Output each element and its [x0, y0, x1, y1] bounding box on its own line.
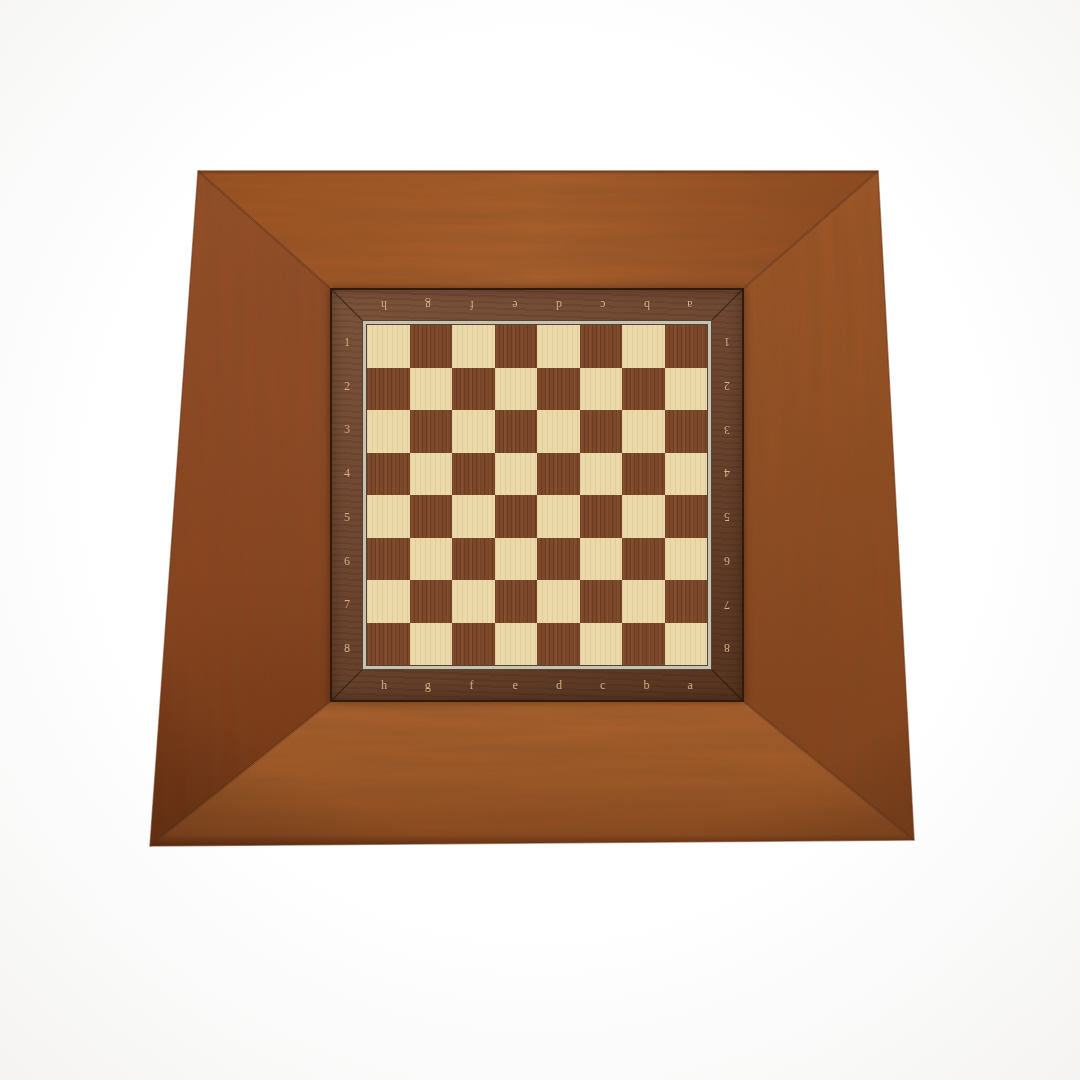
- square-b6[interactable]: [622, 538, 665, 581]
- square-c4[interactable]: [580, 453, 623, 496]
- frame-miter-top-left: [332, 290, 362, 320]
- square-d2[interactable]: [537, 368, 580, 411]
- file-label-g: g: [406, 670, 450, 700]
- file-label-d: d: [537, 290, 581, 320]
- square-e3[interactable]: [495, 410, 538, 453]
- square-g4[interactable]: [410, 453, 453, 496]
- square-d1[interactable]: [537, 325, 580, 368]
- rank-label-3: 3: [332, 408, 362, 452]
- square-b1[interactable]: [622, 325, 665, 368]
- square-g7[interactable]: [410, 580, 453, 623]
- square-f7[interactable]: [452, 580, 495, 623]
- square-f8[interactable]: [452, 623, 495, 666]
- square-c3[interactable]: [580, 410, 623, 453]
- file-label-e: e: [493, 670, 537, 700]
- square-c2[interactable]: [580, 368, 623, 411]
- square-h6[interactable]: [367, 538, 410, 581]
- square-a3[interactable]: [665, 410, 708, 453]
- square-e1[interactable]: [495, 325, 538, 368]
- file-label-b: b: [625, 670, 669, 700]
- square-g8[interactable]: [410, 623, 453, 666]
- file-label-c: c: [581, 290, 625, 320]
- chessboard: hgfedcba hgfedcba 12345678 12345678: [330, 288, 744, 702]
- file-label-h: h: [362, 290, 406, 320]
- rank-label-4: 4: [712, 451, 742, 495]
- file-labels-bottom: hgfedcba: [362, 670, 712, 700]
- square-f6[interactable]: [452, 538, 495, 581]
- rank-labels-right: 12345678: [712, 320, 742, 670]
- board-field: [362, 320, 712, 670]
- square-c8[interactable]: [580, 623, 623, 666]
- square-e2[interactable]: [495, 368, 538, 411]
- rank-label-6: 6: [712, 539, 742, 583]
- square-c5[interactable]: [580, 495, 623, 538]
- rank-label-2: 2: [332, 364, 362, 408]
- square-e6[interactable]: [495, 538, 538, 581]
- square-a1[interactable]: [665, 325, 708, 368]
- rank-label-6: 6: [332, 539, 362, 583]
- rank-label-5: 5: [332, 495, 362, 539]
- file-label-f: f: [450, 670, 494, 700]
- square-h3[interactable]: [367, 410, 410, 453]
- square-a6[interactable]: [665, 538, 708, 581]
- file-label-d: d: [537, 670, 581, 700]
- file-label-f: f: [450, 290, 494, 320]
- rank-label-1: 1: [332, 320, 362, 364]
- square-g1[interactable]: [410, 325, 453, 368]
- rank-label-1: 1: [712, 320, 742, 364]
- square-h7[interactable]: [367, 580, 410, 623]
- square-a8[interactable]: [665, 623, 708, 666]
- frame-miter-bottom-left: [332, 670, 362, 700]
- square-g5[interactable]: [410, 495, 453, 538]
- square-f4[interactable]: [452, 453, 495, 496]
- square-h2[interactable]: [367, 368, 410, 411]
- square-e7[interactable]: [495, 580, 538, 623]
- square-b7[interactable]: [622, 580, 665, 623]
- square-b8[interactable]: [622, 623, 665, 666]
- square-c1[interactable]: [580, 325, 623, 368]
- rank-label-8: 8: [712, 626, 742, 670]
- frame-miter-bottom-right: [712, 670, 742, 700]
- square-b2[interactable]: [622, 368, 665, 411]
- square-d4[interactable]: [537, 453, 580, 496]
- square-h8[interactable]: [367, 623, 410, 666]
- square-f3[interactable]: [452, 410, 495, 453]
- square-f1[interactable]: [452, 325, 495, 368]
- square-a2[interactable]: [665, 368, 708, 411]
- square-a7[interactable]: [665, 580, 708, 623]
- file-label-e: e: [493, 290, 537, 320]
- square-e8[interactable]: [495, 623, 538, 666]
- square-f2[interactable]: [452, 368, 495, 411]
- square-d6[interactable]: [537, 538, 580, 581]
- file-labels-top: hgfedcba: [362, 290, 712, 320]
- rank-label-8: 8: [332, 626, 362, 670]
- rank-labels-left: 12345678: [332, 320, 362, 670]
- scene: hgfedcba hgfedcba 12345678 12345678: [0, 0, 1080, 1080]
- rank-label-7: 7: [332, 583, 362, 627]
- square-h1[interactable]: [367, 325, 410, 368]
- square-c6[interactable]: [580, 538, 623, 581]
- file-label-b: b: [625, 290, 669, 320]
- square-h5[interactable]: [367, 495, 410, 538]
- square-g6[interactable]: [410, 538, 453, 581]
- file-label-g: g: [406, 290, 450, 320]
- square-a5[interactable]: [665, 495, 708, 538]
- square-a4[interactable]: [665, 453, 708, 496]
- square-g2[interactable]: [410, 368, 453, 411]
- rank-label-3: 3: [712, 408, 742, 452]
- rank-label-4: 4: [332, 451, 362, 495]
- rank-label-5: 5: [712, 495, 742, 539]
- file-label-h: h: [362, 670, 406, 700]
- square-d5[interactable]: [537, 495, 580, 538]
- file-label-a: a: [668, 290, 712, 320]
- square-e4[interactable]: [495, 453, 538, 496]
- square-d7[interactable]: [537, 580, 580, 623]
- square-d3[interactable]: [537, 410, 580, 453]
- board-squares: [366, 324, 708, 666]
- square-g3[interactable]: [410, 410, 453, 453]
- rank-label-7: 7: [712, 583, 742, 627]
- square-d8[interactable]: [537, 623, 580, 666]
- square-c7[interactable]: [580, 580, 623, 623]
- frame-miter-top-right: [712, 290, 742, 320]
- square-b3[interactable]: [622, 410, 665, 453]
- file-label-a: a: [668, 670, 712, 700]
- square-e5[interactable]: [495, 495, 538, 538]
- square-h4[interactable]: [367, 453, 410, 496]
- file-label-c: c: [581, 670, 625, 700]
- square-f5[interactable]: [452, 495, 495, 538]
- rank-label-2: 2: [712, 364, 742, 408]
- square-b5[interactable]: [622, 495, 665, 538]
- square-b4[interactable]: [622, 453, 665, 496]
